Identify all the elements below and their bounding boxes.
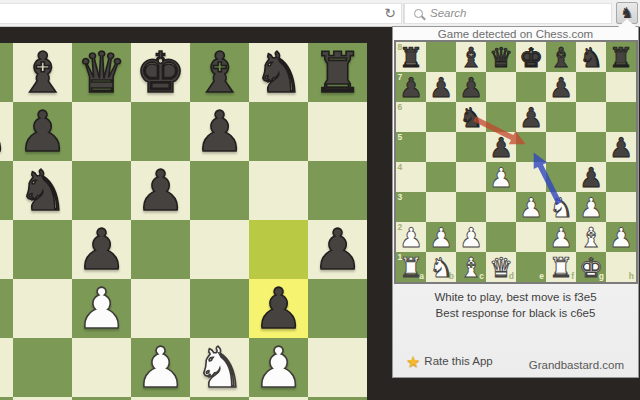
piece-black-knight-c6: ♞ [456, 102, 486, 132]
square-h7[interactable] [308, 102, 367, 161]
square-f7[interactable]: ♟ [190, 102, 249, 161]
popup-header: Game detected on Chess.com [393, 28, 638, 40]
square-g5 [576, 132, 606, 162]
square-a4: 4 [396, 162, 426, 192]
piece-black-pawn-g4: ♟ [576, 162, 606, 192]
piece-white-pawn-d4: ♟ [486, 162, 516, 192]
square-b6 [426, 102, 456, 132]
square-f6 [546, 102, 576, 132]
square-h3 [606, 192, 636, 222]
piece-black-pawn-f7[interactable]: ♟ [190, 102, 249, 161]
piece-black-bishop-f8[interactable]: ♝ [190, 43, 249, 102]
square-g3: ♟ [576, 192, 606, 222]
square-f6[interactable] [190, 161, 249, 220]
piece-white-king-g1: ♚ [576, 252, 606, 282]
piece-black-bishop-f8: ♝ [546, 42, 576, 72]
square-h4[interactable] [308, 279, 367, 338]
square-f8: ♝ [546, 42, 576, 72]
mini-board: 8♜♝♛♚♝♞♜7♟♟♟♟6♞♟5♟♟4♟♟3♟♞♟2♟♟♟♟♝♟1a♜b♞c♝… [396, 42, 636, 282]
square-h7 [606, 72, 636, 102]
square-e5 [516, 132, 546, 162]
square-b5 [426, 132, 456, 162]
popup-footer: ★Rate this App Grandbastard.com [393, 354, 638, 372]
rank-label-3: 3 [398, 193, 403, 202]
piece-black-pawn-b7: ♟ [426, 72, 456, 102]
square-a3: 3 [396, 192, 426, 222]
square-e2 [516, 222, 546, 252]
square-e6: ♟ [516, 102, 546, 132]
piece-black-king-e8: ♚ [516, 42, 546, 72]
piece-white-pawn-e3[interactable]: ♟ [131, 338, 190, 397]
search-icon [414, 9, 423, 18]
piece-black-pawn-h5[interactable]: ♟ [308, 220, 367, 279]
square-e4[interactable] [131, 279, 190, 338]
square-h2: ♟ [606, 222, 636, 252]
square-a7: 7♟ [396, 72, 426, 102]
square-c6[interactable]: ♞ [13, 161, 72, 220]
square-e7[interactable] [131, 102, 190, 161]
piece-black-knight-g8[interactable]: ♞ [249, 43, 308, 102]
search-placeholder: Search [430, 7, 466, 19]
piece-black-king-e8[interactable]: ♚ [131, 43, 190, 102]
square-h8: ♜ [606, 42, 636, 72]
square-b6[interactable] [0, 161, 13, 220]
square-b1: b♞ [426, 252, 456, 282]
rate-app-label: Rate this App [424, 355, 492, 367]
square-g1: g♚ [576, 252, 606, 282]
square-c5[interactable] [13, 220, 72, 279]
square-h6[interactable] [308, 161, 367, 220]
square-f3: ♞ [546, 192, 576, 222]
square-c6: ♞ [456, 102, 486, 132]
analysis-text: White to play, best move is f3e5 Best re… [393, 289, 638, 321]
square-f5[interactable] [190, 220, 249, 279]
square-d2 [486, 222, 516, 252]
square-f2: ♟ [546, 222, 576, 252]
square-c2: ♟ [456, 222, 486, 252]
square-b4 [426, 162, 456, 192]
analysis-line-1: White to play, best move is f3e5 [393, 289, 638, 305]
square-b7[interactable]: ♟ [0, 102, 13, 161]
square-f4 [546, 162, 576, 192]
rank-label-4: 4 [398, 163, 403, 172]
piece-white-queen-d1: ♛ [486, 252, 516, 282]
square-g4: ♟ [576, 162, 606, 192]
square-b3[interactable] [0, 338, 13, 397]
square-c7[interactable]: ♟ [13, 102, 72, 161]
square-c4[interactable] [13, 279, 72, 338]
extension-popup: Game detected on Chess.com 8♜♝♛♚♝♞♜7♟♟♟♟… [392, 26, 639, 378]
main-board: ♜♝♛♚♝♞♜♟♟♟♟♞♟♟♟♟♟♟♞♟♟♟♟♟♝♟♜♞♝♛♜♚ [0, 43, 367, 400]
square-e7 [516, 72, 546, 102]
square-a8: 8♜ [396, 42, 426, 72]
square-e4 [516, 162, 546, 192]
browser-toolbar: ↻ Search ♞ [0, 0, 640, 27]
square-e1: e [516, 252, 546, 282]
piece-white-pawn-c2: ♟ [456, 222, 486, 252]
square-g7[interactable] [249, 102, 308, 161]
piece-black-bishop-c8[interactable]: ♝ [13, 43, 72, 102]
piece-white-pawn-e3: ♟ [516, 192, 546, 222]
square-h4 [606, 162, 636, 192]
rate-app-link[interactable]: ★Rate this App [406, 352, 493, 371]
piece-white-pawn-a2: ♟ [396, 222, 426, 252]
square-d6 [486, 102, 516, 132]
piece-black-pawn-e6: ♟ [516, 102, 546, 132]
piece-white-knight-f3: ♞ [546, 192, 576, 222]
square-d5: ♟ [486, 132, 516, 162]
piece-black-queen-d8: ♛ [486, 42, 516, 72]
square-d7 [486, 72, 516, 102]
site-link[interactable]: Grandbastard.com [529, 359, 624, 371]
square-g4[interactable]: ♟ [249, 279, 308, 338]
square-d8: ♛ [486, 42, 516, 72]
file-label-h: h [629, 272, 634, 281]
square-h6 [606, 102, 636, 132]
square-c8: ♝ [456, 42, 486, 72]
piece-white-pawn-f2: ♟ [546, 222, 576, 252]
piece-black-rook-a8: ♜ [396, 42, 426, 72]
piece-white-bishop-g2: ♝ [576, 222, 606, 252]
square-a5: 5 [396, 132, 426, 162]
piece-white-pawn-g3: ♟ [576, 192, 606, 222]
square-e6[interactable]: ♟ [131, 161, 190, 220]
square-b8 [426, 42, 456, 72]
square-f1: f♜ [546, 252, 576, 282]
square-e8: ♚ [516, 42, 546, 72]
square-e5[interactable] [131, 220, 190, 279]
square-f4[interactable] [190, 279, 249, 338]
square-d3 [486, 192, 516, 222]
square-e3: ♟ [516, 192, 546, 222]
star-icon: ★ [406, 353, 420, 370]
piece-black-pawn-a7: ♟ [396, 72, 426, 102]
piece-black-pawn-d5[interactable]: ♟ [72, 220, 131, 279]
piece-black-knight-g8: ♞ [576, 42, 606, 72]
square-h1: h [606, 252, 636, 282]
square-c1: c♝ [456, 252, 486, 282]
square-d5[interactable]: ♟ [72, 220, 131, 279]
mini-board-frame: 8♜♝♛♚♝♞♜7♟♟♟♟6♞♟5♟♟4♟♟3♟♞♟2♟♟♟♟♝♟1a♜b♞c♝… [394, 40, 638, 284]
square-e3[interactable]: ♟ [131, 338, 190, 397]
square-g2: ♝ [576, 222, 606, 252]
piece-black-pawn-h5: ♟ [606, 132, 636, 162]
rank-label-6: 6 [398, 103, 403, 112]
square-a1: 1a♜ [396, 252, 426, 282]
popup-caret [618, 19, 636, 27]
square-a2: 2♟ [396, 222, 426, 252]
square-f3[interactable]: ♞ [190, 338, 249, 397]
piece-black-pawn-g4[interactable]: ♟ [249, 279, 308, 338]
piece-black-pawn-f7: ♟ [546, 72, 576, 102]
square-d1: d♛ [486, 252, 516, 282]
square-c3[interactable] [13, 338, 72, 397]
square-b5[interactable] [0, 220, 13, 279]
square-e8[interactable]: ♚ [131, 43, 190, 102]
rank-label-5: 5 [398, 133, 403, 142]
piece-black-queen-d8[interactable]: ♛ [72, 43, 131, 102]
piece-white-rook-f1: ♜ [546, 252, 576, 282]
square-f7: ♟ [546, 72, 576, 102]
address-bar[interactable] [0, 3, 402, 24]
square-g6[interactable] [249, 161, 308, 220]
square-c8[interactable]: ♝ [13, 43, 72, 102]
square-g8[interactable]: ♞ [249, 43, 308, 102]
piece-black-pawn-d5: ♟ [486, 132, 516, 162]
square-h8[interactable]: ♜ [308, 43, 367, 102]
piece-white-pawn-b2: ♟ [426, 222, 456, 252]
square-g8: ♞ [576, 42, 606, 72]
square-h3[interactable] [308, 338, 367, 397]
square-f8[interactable]: ♝ [190, 43, 249, 102]
square-d6[interactable] [72, 161, 131, 220]
piece-white-pawn-g3[interactable]: ♟ [249, 338, 308, 397]
piece-white-pawn-d4[interactable]: ♟ [72, 279, 131, 338]
piece-black-bishop-c8: ♝ [456, 42, 486, 72]
square-a6: 6 [396, 102, 426, 132]
file-label-e: e [539, 272, 544, 281]
square-b7: ♟ [426, 72, 456, 102]
piece-white-rook-a1: ♜ [396, 252, 426, 282]
square-c3 [456, 192, 486, 222]
piece-white-pawn-h2: ♟ [606, 222, 636, 252]
square-g3[interactable]: ♟ [249, 338, 308, 397]
piece-black-pawn-e6[interactable]: ♟ [131, 161, 190, 220]
piece-white-knight-f3[interactable]: ♞ [190, 338, 249, 397]
analysis-line-2: Best response for black is c6e5 [393, 305, 638, 321]
square-c4 [456, 162, 486, 192]
square-c5 [456, 132, 486, 162]
piece-white-bishop-c1: ♝ [456, 252, 486, 282]
square-f5 [546, 132, 576, 162]
square-d4[interactable]: ♟ [72, 279, 131, 338]
square-c7: ♟ [456, 72, 486, 102]
square-d3[interactable] [72, 338, 131, 397]
square-b8[interactable] [0, 43, 13, 102]
square-d8[interactable]: ♛ [72, 43, 131, 102]
square-d7[interactable] [72, 102, 131, 161]
piece-black-pawn-c7: ♟ [456, 72, 486, 102]
piece-black-rook-h8: ♜ [606, 42, 636, 72]
search-input[interactable]: Search [404, 3, 612, 24]
square-b2: ♟ [426, 222, 456, 252]
square-g6 [576, 102, 606, 132]
square-h5[interactable]: ♟ [308, 220, 367, 279]
piece-black-pawn-b7[interactable]: ♟ [0, 102, 13, 161]
piece-white-knight-b1: ♞ [426, 252, 456, 282]
square-g7 [576, 72, 606, 102]
square-h5: ♟ [606, 132, 636, 162]
square-b3 [426, 192, 456, 222]
refresh-icon[interactable]: ↻ [381, 4, 399, 22]
square-d4: ♟ [486, 162, 516, 192]
square-b4[interactable] [0, 279, 13, 338]
piece-black-rook-h8[interactable]: ♜ [308, 43, 367, 102]
piece-black-pawn-c7[interactable]: ♟ [13, 102, 72, 161]
piece-black-knight-c6[interactable]: ♞ [13, 161, 72, 220]
square-g5[interactable] [249, 220, 308, 279]
